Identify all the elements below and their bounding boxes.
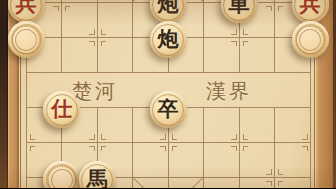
piece-black-cannon[interactable]: 炮 <box>150 0 187 23</box>
hidden-piece-ring <box>296 26 324 54</box>
piece-hidden-piece[interactable] <box>292 21 329 58</box>
piece-glyph: 卒 <box>158 98 179 119</box>
piece-red-soldier[interactable]: 兵 <box>8 0 45 23</box>
piece-glyph: 車 <box>229 0 250 14</box>
piece-black-cannon[interactable]: 炮 <box>150 21 187 58</box>
piece-black-soldier[interactable]: 卒 <box>150 91 187 128</box>
pieces-layer: 兵炮車兵炮仕卒馬 <box>0 0 336 188</box>
piece-hidden-piece[interactable] <box>43 161 80 188</box>
piece-glyph: 炮 <box>158 0 179 14</box>
piece-red-soldier[interactable]: 兵 <box>292 0 329 23</box>
piece-glyph: 兵 <box>300 0 321 14</box>
piece-glyph: 兵 <box>16 0 37 14</box>
hidden-piece-ring <box>12 26 40 54</box>
piece-glyph: 仕 <box>51 98 72 119</box>
piece-glyph: 炮 <box>158 28 179 49</box>
piece-hidden-piece[interactable] <box>8 21 45 58</box>
piece-glyph: 馬 <box>87 168 108 188</box>
xiangqi-board-screen: 楚河 漢界 兵炮車兵炮仕卒馬 <box>0 0 336 188</box>
piece-red-advisor[interactable]: 仕 <box>43 91 80 128</box>
piece-black-horse[interactable]: 馬 <box>79 161 116 188</box>
hidden-piece-ring <box>48 166 76 189</box>
piece-black-chariot[interactable]: 車 <box>221 0 258 23</box>
